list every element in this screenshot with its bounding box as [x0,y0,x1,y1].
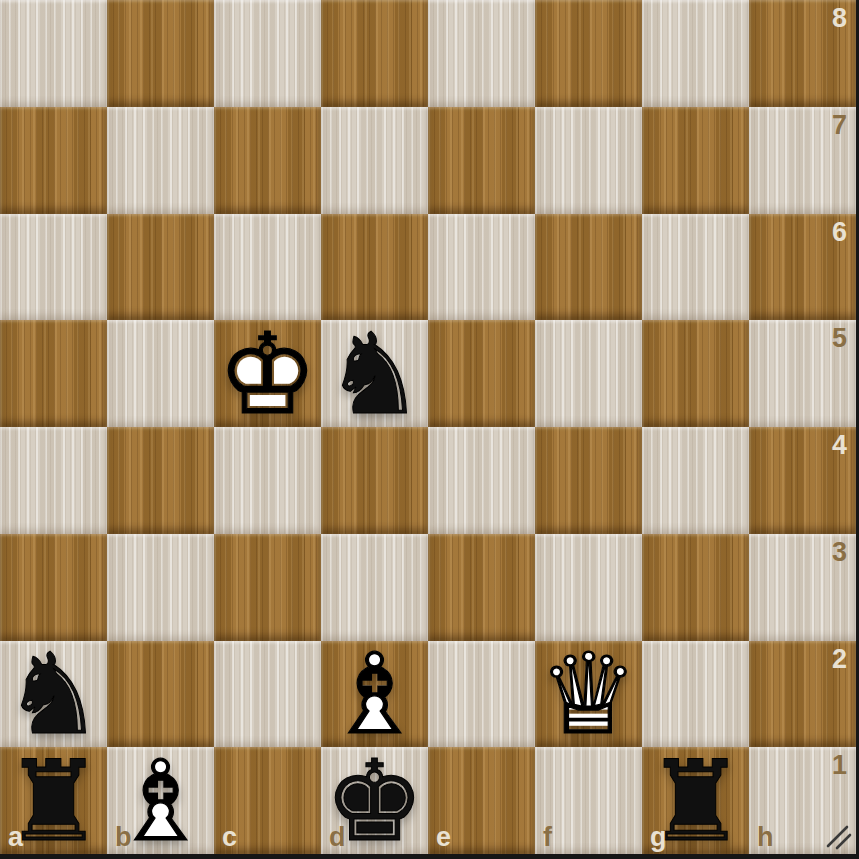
square-d7[interactable] [321,107,428,214]
square-g5[interactable] [642,320,749,427]
square-c3[interactable] [214,534,321,641]
square-b5[interactable] [107,320,214,427]
chess-board: 876♚♔♞543♞♝♗♛♕2a♜b♝♗cd♚efg♜1h [0,0,859,859]
square-b2[interactable] [107,641,214,748]
square-g4[interactable] [642,427,749,534]
square-e8[interactable] [428,0,535,107]
square-f1[interactable]: f [535,747,642,854]
square-f7[interactable] [535,107,642,214]
file-label-e: e [436,824,451,851]
rank-label-3: 3 [832,539,847,566]
square-b8[interactable] [107,0,214,107]
square-f8[interactable] [535,0,642,107]
square-h2[interactable]: 2 [749,641,856,748]
square-e7[interactable] [428,107,535,214]
square-h8[interactable]: 8 [749,0,856,107]
square-d8[interactable] [321,0,428,107]
square-f5[interactable] [535,320,642,427]
square-b4[interactable] [107,427,214,534]
file-label-d: d [329,824,346,851]
rank-label-6: 6 [832,219,847,246]
rank-label-2: 2 [832,646,847,673]
square-a1[interactable]: a♜ [0,747,107,854]
rank-label-1: 1 [832,752,847,779]
square-d1[interactable]: d♚ [321,747,428,854]
file-label-g: g [650,824,667,851]
square-g7[interactable] [642,107,749,214]
square-b1[interactable]: b♝♗ [107,747,214,854]
square-e2[interactable] [428,641,535,748]
square-h4[interactable]: 4 [749,427,856,534]
square-c6[interactable] [214,214,321,321]
square-a7[interactable] [0,107,107,214]
file-label-f: f [543,824,552,851]
square-h7[interactable]: 7 [749,107,856,214]
square-c7[interactable] [214,107,321,214]
file-label-a: a [8,824,23,851]
rank-label-4: 4 [832,432,847,459]
white-queen-outline: ♕ [535,641,642,748]
square-h3[interactable]: 3 [749,534,856,641]
square-a2[interactable]: ♞ [0,641,107,748]
square-h5[interactable]: 5 [749,320,856,427]
square-c1[interactable]: c [214,747,321,854]
black-knight-icon[interactable]: ♞ [321,320,428,427]
rank-label-8: 8 [832,5,847,32]
file-label-c: c [222,824,237,851]
square-a5[interactable] [0,320,107,427]
square-a3[interactable] [0,534,107,641]
white-king-outline: ♔ [214,320,321,427]
square-c8[interactable] [214,0,321,107]
white-king-icon[interactable]: ♚♔ [214,320,321,427]
square-e1[interactable]: e [428,747,535,854]
white-bishop-icon[interactable]: ♝♗ [321,641,428,748]
resize-grip-icon[interactable] [824,822,852,850]
square-f4[interactable] [535,427,642,534]
square-e5[interactable] [428,320,535,427]
square-e3[interactable] [428,534,535,641]
square-a4[interactable] [0,427,107,534]
square-f6[interactable] [535,214,642,321]
square-d2[interactable]: ♝♗ [321,641,428,748]
square-c4[interactable] [214,427,321,534]
square-b6[interactable] [107,214,214,321]
square-g2[interactable] [642,641,749,748]
black-knight-glyph: ♞ [321,320,428,427]
black-knight-icon[interactable]: ♞ [0,641,107,748]
square-a6[interactable] [0,214,107,321]
square-b7[interactable] [107,107,214,214]
square-f3[interactable] [535,534,642,641]
square-e4[interactable] [428,427,535,534]
square-d6[interactable] [321,214,428,321]
square-d3[interactable] [321,534,428,641]
square-c2[interactable] [214,641,321,748]
square-c5[interactable]: ♚♔ [214,320,321,427]
square-g6[interactable] [642,214,749,321]
black-knight-glyph: ♞ [0,641,107,748]
square-f2[interactable]: ♛♕ [535,641,642,748]
file-label-b: b [115,824,132,851]
square-h1[interactable]: 1h [749,747,856,854]
square-g1[interactable]: g♜ [642,747,749,854]
square-h6[interactable]: 6 [749,214,856,321]
square-e6[interactable] [428,214,535,321]
square-g3[interactable] [642,534,749,641]
file-label-h: h [757,824,774,851]
rank-label-5: 5 [832,325,847,352]
white-bishop-outline: ♗ [321,641,428,748]
rank-label-7: 7 [832,112,847,139]
square-b3[interactable] [107,534,214,641]
white-queen-icon[interactable]: ♛♕ [535,641,642,748]
square-g8[interactable] [642,0,749,107]
square-d5[interactable]: ♞ [321,320,428,427]
square-a8[interactable] [0,0,107,107]
square-d4[interactable] [321,427,428,534]
